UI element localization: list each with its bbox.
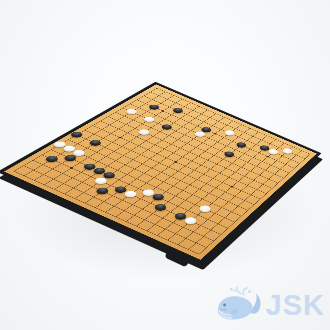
whale-eye (223, 304, 226, 307)
watermark-text: JSK (266, 291, 325, 320)
watermark: JSK (215, 285, 325, 325)
whale-spout (243, 288, 248, 296)
whale-spout-2 (233, 290, 241, 294)
go-board-product-photo: JSK (0, 0, 330, 330)
whale-tail (250, 293, 260, 313)
whale-logo-icon (215, 285, 263, 325)
